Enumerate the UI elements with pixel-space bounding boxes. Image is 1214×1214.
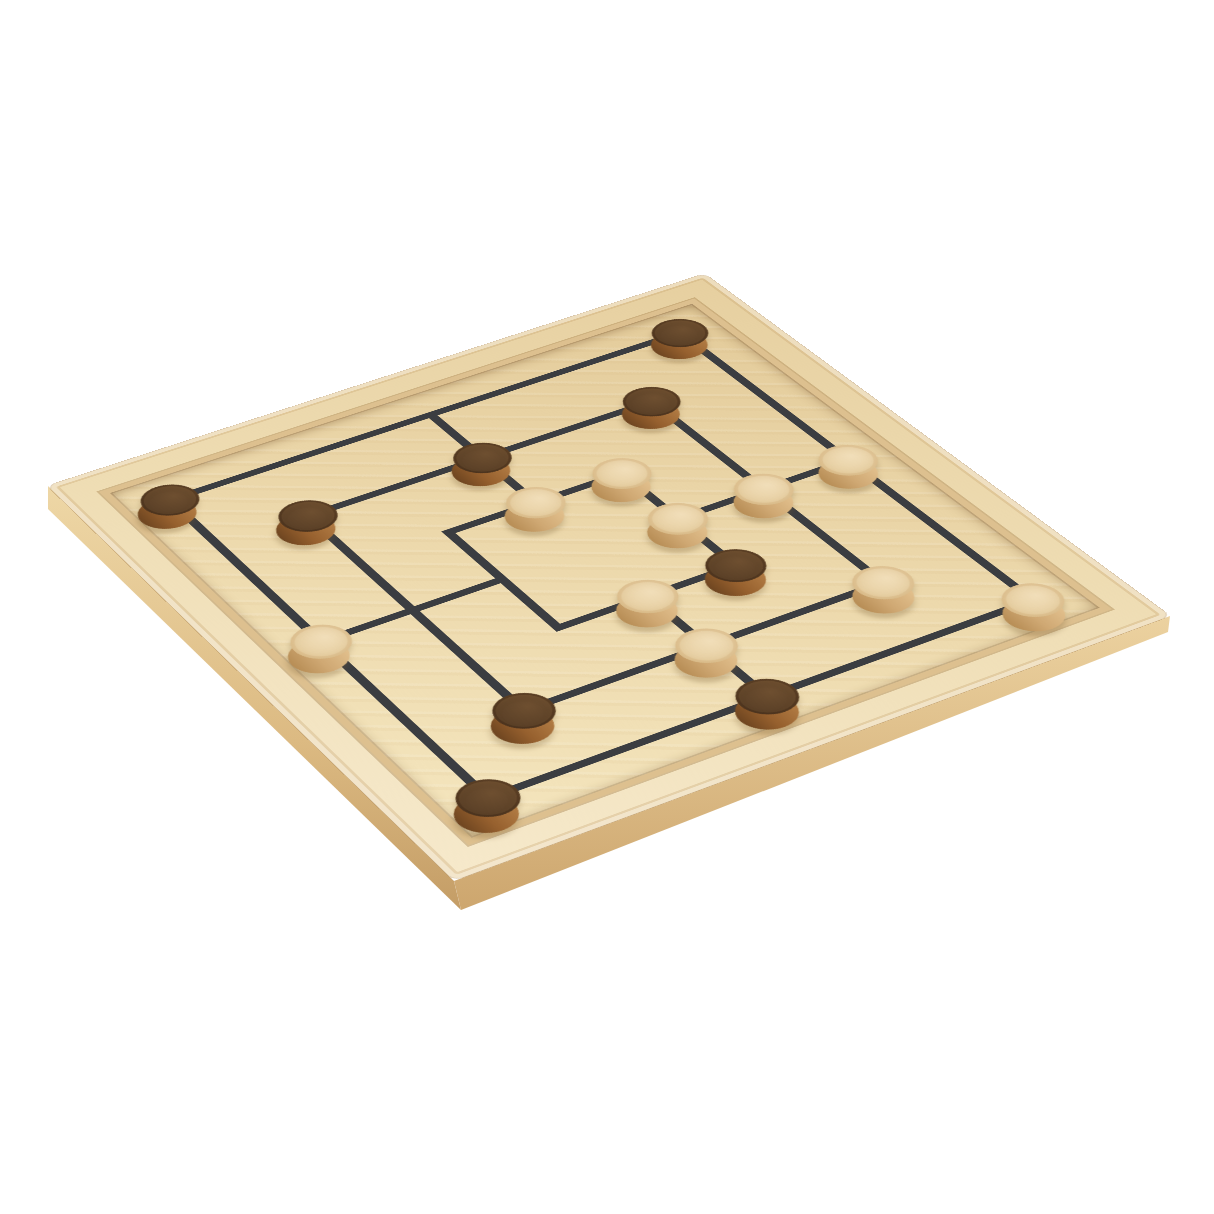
middle-square-line bbox=[308, 402, 883, 711]
inner-square-line bbox=[448, 473, 736, 627]
board-photo-stage bbox=[0, 0, 1214, 1214]
